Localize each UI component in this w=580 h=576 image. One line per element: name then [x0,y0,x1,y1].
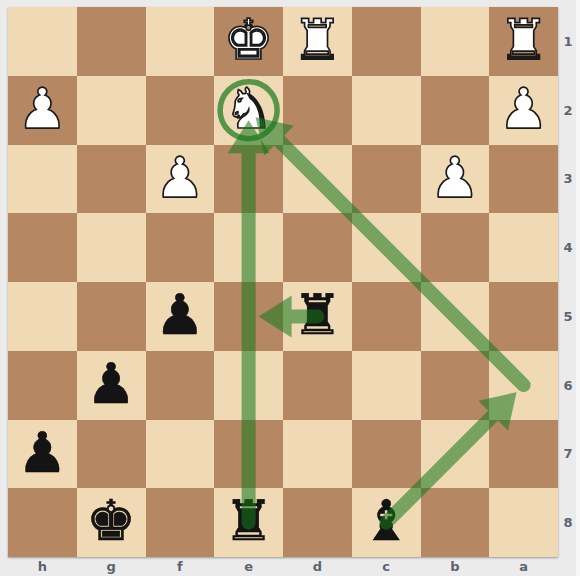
rank-label-5: 5 [559,282,577,351]
white-king-e1[interactable]: ♚ [214,7,283,76]
file-label-f: f [146,559,215,575]
file-labels: hgfedcba [8,559,558,575]
file-label-e: e [214,559,283,575]
file-label-h: h [8,559,77,575]
file-label-g: g [77,559,146,575]
rank-label-4: 4 [559,213,577,282]
white-knight-e2[interactable]: ♞ [214,76,283,145]
rank-label-1: 1 [559,7,577,76]
white-rook-a1[interactable]: ♜ [489,7,558,76]
black-rook-e8[interactable]: ♜ [214,488,283,557]
rank-label-7: 7 [559,420,577,489]
file-label-d: d [283,559,352,575]
white-pawn-b3[interactable]: ♟ [421,145,490,214]
black-pawn-f5[interactable]: ♟ [146,282,215,351]
black-pawn-h7[interactable]: ♟ [8,420,77,489]
rank-labels: 12345678 [559,7,577,557]
rank-label-2: 2 [559,76,577,145]
rank-label-8: 8 [559,488,577,557]
white-pawn-f3[interactable]: ♟ [146,145,215,214]
white-pawn-a2[interactable]: ♟ [489,76,558,145]
file-label-a: a [489,559,558,575]
black-pawn-g6[interactable]: ♟ [77,351,146,420]
pieces-layer: ♜♜♚♟♞♟♟♟♜♟♟♟♝♜♚ [8,7,558,557]
black-king-g8[interactable]: ♚ [77,488,146,557]
black-rook-d5[interactable]: ♜ [283,282,352,351]
rank-label-3: 3 [559,145,577,214]
white-rook-d1[interactable]: ♜ [283,7,352,76]
file-label-c: c [352,559,421,575]
file-label-b: b [421,559,490,575]
rank-label-6: 6 [559,351,577,420]
chess-app: ♜♜♚♟♞♟♟♟♜♟♟♟♝♜♚ hgfedcba 12345678 [0,0,580,576]
white-pawn-h2[interactable]: ♟ [8,76,77,145]
black-bishop-c8[interactable]: ♝ [352,488,421,557]
